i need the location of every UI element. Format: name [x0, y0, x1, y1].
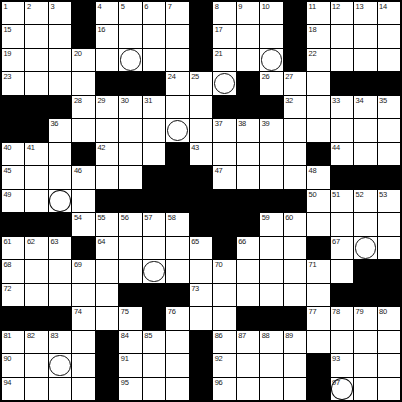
cell-r12c1[interactable]: 68 — [2, 260, 24, 282]
cell-r9c4[interactable] — [72, 190, 94, 212]
cell-r1c14[interactable]: 11 — [307, 2, 329, 24]
black-cell-r15c9 — [190, 331, 212, 353]
clue-number-20: 20 — [74, 49, 82, 58]
cell-r15c11[interactable]: 87 — [237, 331, 259, 353]
black-cell-r14c13 — [284, 307, 306, 329]
clue-number-76: 76 — [168, 307, 176, 316]
cell-r7c5[interactable]: 42 — [96, 143, 118, 165]
clue-number-80: 80 — [379, 307, 387, 316]
cell-r9c3[interactable] — [49, 190, 71, 212]
cell-r17c4[interactable] — [72, 378, 94, 400]
cell-r9c2[interactable] — [25, 190, 47, 212]
cell-r13c10[interactable] — [213, 284, 235, 306]
clue-number-45: 45 — [4, 166, 12, 175]
cell-r10c17[interactable] — [378, 213, 400, 235]
cell-r1c17[interactable]: 14 — [378, 2, 400, 24]
cell-r16c12[interactable] — [260, 354, 282, 376]
clue-number-9: 9 — [238, 2, 242, 11]
black-cell-r4c17 — [378, 72, 400, 94]
cell-r10c16[interactable] — [354, 213, 376, 235]
cell-r1c16[interactable]: 13 — [354, 2, 376, 24]
cell-r16c11[interactable] — [237, 354, 259, 376]
cell-r15c8[interactable] — [166, 331, 188, 353]
cell-r1c3[interactable]: 3 — [49, 2, 71, 24]
cell-r1c7[interactable]: 6 — [143, 2, 165, 24]
black-cell-r4c7 — [143, 72, 165, 94]
cell-r16c1[interactable]: 90 — [2, 354, 24, 376]
clue-number-25: 25 — [191, 72, 199, 81]
cell-r16c3[interactable] — [49, 354, 71, 376]
black-cell-r14c3 — [49, 307, 71, 329]
black-cell-r8c16 — [354, 166, 376, 188]
clue-number-94: 94 — [4, 378, 12, 387]
cell-r7c7[interactable] — [143, 143, 165, 165]
clue-number-5: 5 — [121, 2, 125, 11]
cell-r9c1[interactable]: 49 — [2, 190, 24, 212]
cell-r14c8[interactable]: 76 — [166, 307, 188, 329]
cell-r13c12[interactable] — [260, 284, 282, 306]
cell-r1c2[interactable]: 2 — [25, 2, 47, 24]
cell-r6c5[interactable] — [96, 119, 118, 141]
cell-r16c10[interactable]: 92 — [213, 354, 235, 376]
clue-number-46: 46 — [74, 166, 82, 175]
clue-number-52: 52 — [356, 190, 364, 199]
cell-r12c10[interactable]: 70 — [213, 260, 235, 282]
cell-r11c5[interactable]: 64 — [96, 237, 118, 259]
cell-r6c14[interactable] — [307, 119, 329, 141]
cell-r3c12[interactable] — [260, 49, 282, 71]
cell-r4c10[interactable] — [213, 72, 235, 94]
cell-r6c11[interactable]: 38 — [237, 119, 259, 141]
cell-r3c4[interactable]: 20 — [72, 49, 94, 71]
cell-r14c4[interactable]: 74 — [72, 307, 94, 329]
cell-r9c14[interactable]: 50 — [307, 190, 329, 212]
black-cell-r9c12 — [260, 190, 282, 212]
cell-r5c9[interactable] — [190, 96, 212, 118]
cell-r3c17[interactable] — [378, 49, 400, 71]
cell-r5c13[interactable]: 32 — [284, 96, 306, 118]
cell-r2c16[interactable] — [354, 25, 376, 47]
cell-r7c16[interactable] — [354, 143, 376, 165]
clue-number-90: 90 — [4, 354, 12, 363]
clue-number-2: 2 — [27, 2, 31, 11]
cell-r3c6[interactable] — [119, 49, 141, 71]
black-cell-r4c6 — [119, 72, 141, 94]
cell-r17c17[interactable] — [378, 378, 400, 400]
cell-r16c15[interactable]: 93 — [331, 354, 353, 376]
cell-r6c12[interactable]: 39 — [260, 119, 282, 141]
cell-r2c14[interactable]: 18 — [307, 25, 329, 47]
black-cell-r14c7 — [143, 307, 165, 329]
black-cell-r13c16 — [354, 284, 376, 306]
cell-r7c17[interactable] — [378, 143, 400, 165]
cell-r2c2[interactable] — [25, 25, 47, 47]
cell-r13c11[interactable] — [237, 284, 259, 306]
cell-r11c17[interactable] — [378, 237, 400, 259]
cell-r2c1[interactable]: 15 — [2, 25, 24, 47]
black-cell-r14c12 — [260, 307, 282, 329]
black-cell-r5c10 — [213, 96, 235, 118]
cell-r8c12[interactable] — [260, 166, 282, 188]
cell-r3c14[interactable]: 22 — [307, 49, 329, 71]
cell-r7c2[interactable]: 41 — [25, 143, 47, 165]
cell-r16c4[interactable] — [72, 354, 94, 376]
cell-r14c10[interactable] — [213, 307, 235, 329]
cell-r10c6[interactable]: 56 — [119, 213, 141, 235]
circle-marker-icon — [167, 120, 188, 141]
cell-r2c11[interactable] — [237, 25, 259, 47]
cell-r1c1[interactable]: 1 — [2, 2, 24, 24]
cell-r16c17[interactable] — [378, 354, 400, 376]
cell-r6c4[interactable] — [72, 119, 94, 141]
cell-r13c13[interactable] — [284, 284, 306, 306]
cell-r8c4[interactable]: 46 — [72, 166, 94, 188]
cell-r15c3[interactable]: 83 — [49, 331, 71, 353]
cell-r15c14[interactable] — [307, 331, 329, 353]
cell-r11c9[interactable]: 65 — [190, 237, 212, 259]
black-cell-r9c11 — [237, 190, 259, 212]
circle-marker-icon — [49, 355, 70, 376]
cell-r4c13[interactable]: 27 — [284, 72, 306, 94]
clue-number-29: 29 — [97, 96, 105, 105]
cell-r15c6[interactable]: 84 — [119, 331, 141, 353]
cell-r11c3[interactable]: 63 — [49, 237, 71, 259]
cell-r15c1[interactable]: 81 — [2, 331, 24, 353]
cell-r3c2[interactable] — [25, 49, 47, 71]
cell-r12c14[interactable]: 71 — [307, 260, 329, 282]
cell-r9c15[interactable]: 51 — [331, 190, 353, 212]
cell-r13c5[interactable] — [96, 284, 118, 306]
cell-r17c11[interactable] — [237, 378, 259, 400]
cell-r14c6[interactable]: 75 — [119, 307, 141, 329]
cell-r6c13[interactable] — [284, 119, 306, 141]
cell-r17c10[interactable]: 96 — [213, 378, 235, 400]
cell-r9c17[interactable]: 53 — [378, 190, 400, 212]
cell-r2c10[interactable]: 17 — [213, 25, 235, 47]
black-cell-r8c7 — [143, 166, 165, 188]
cell-r17c15[interactable]: 97 — [331, 378, 353, 400]
cell-r8c10[interactable]: 47 — [213, 166, 235, 188]
cell-r6c3[interactable]: 36 — [49, 119, 71, 141]
cell-r16c2[interactable] — [25, 354, 47, 376]
cell-r1c5[interactable]: 4 — [96, 2, 118, 24]
black-cell-r13c6 — [119, 284, 141, 306]
clue-number-62: 62 — [27, 237, 35, 246]
black-cell-r15c5 — [96, 331, 118, 353]
black-cell-r10c3 — [49, 213, 71, 235]
cell-r5c14[interactable] — [307, 96, 329, 118]
cell-r12c7[interactable] — [143, 260, 165, 282]
cell-r2c17[interactable] — [378, 25, 400, 47]
cell-r10c13[interactable]: 60 — [284, 213, 306, 235]
cell-r8c3[interactable] — [49, 166, 71, 188]
cell-r4c14[interactable] — [307, 72, 329, 94]
cell-r3c11[interactable] — [237, 49, 259, 71]
clue-number-30: 30 — [121, 96, 129, 105]
cell-r13c2[interactable] — [25, 284, 47, 306]
cell-r14c15[interactable]: 78 — [331, 307, 353, 329]
cell-r6c16[interactable] — [354, 119, 376, 141]
clue-number-73: 73 — [191, 284, 199, 293]
black-cell-r5c3 — [49, 96, 71, 118]
cell-r17c7[interactable] — [143, 378, 165, 400]
cell-r15c15[interactable] — [331, 331, 353, 353]
cell-r7c12[interactable] — [260, 143, 282, 165]
cell-r6c8[interactable] — [166, 119, 188, 141]
cell-r6c10[interactable]: 37 — [213, 119, 235, 141]
cell-r2c12[interactable] — [260, 25, 282, 47]
clue-number-77: 77 — [309, 307, 317, 316]
clue-number-79: 79 — [356, 307, 364, 316]
cell-r12c2[interactable] — [25, 260, 47, 282]
cell-r12c4[interactable]: 69 — [72, 260, 94, 282]
black-cell-r2c9 — [190, 25, 212, 47]
cell-r15c4[interactable] — [72, 331, 94, 353]
cell-r17c3[interactable] — [49, 378, 71, 400]
clue-number-33: 33 — [332, 96, 340, 105]
cell-r6c9[interactable] — [190, 119, 212, 141]
cell-r3c15[interactable] — [331, 49, 353, 71]
black-cell-r3c9 — [190, 49, 212, 71]
cell-r1c6[interactable]: 5 — [119, 2, 141, 24]
cell-r12c8[interactable] — [166, 260, 188, 282]
black-cell-r17c9 — [190, 378, 212, 400]
cell-r5c5[interactable]: 29 — [96, 96, 118, 118]
cell-r4c8[interactable]: 24 — [166, 72, 188, 94]
cell-r17c1[interactable]: 94 — [2, 378, 24, 400]
cell-r10c14[interactable] — [307, 213, 329, 235]
black-cell-r14c11 — [237, 307, 259, 329]
cell-r10c8[interactable]: 58 — [166, 213, 188, 235]
black-cell-r9c5 — [96, 190, 118, 212]
clue-number-28: 28 — [74, 96, 82, 105]
cell-r4c1[interactable]: 23 — [2, 72, 24, 94]
black-cell-r7c4 — [72, 143, 94, 165]
cell-r17c13[interactable] — [284, 378, 306, 400]
cell-r15c12[interactable]: 88 — [260, 331, 282, 353]
cell-r1c8[interactable]: 7 — [166, 2, 188, 24]
cell-r11c15[interactable]: 67 — [331, 237, 353, 259]
cell-r5c8[interactable] — [166, 96, 188, 118]
cell-r12c5[interactable] — [96, 260, 118, 282]
cell-r11c1[interactable]: 61 — [2, 237, 24, 259]
circle-marker-icon — [355, 237, 376, 258]
cell-r12c11[interactable] — [237, 260, 259, 282]
cell-r10c5[interactable]: 55 — [96, 213, 118, 235]
cell-r15c13[interactable]: 89 — [284, 331, 306, 353]
cell-r14c9[interactable] — [190, 307, 212, 329]
cell-r5c15[interactable]: 33 — [331, 96, 353, 118]
cell-r11c16[interactable] — [354, 237, 376, 259]
cell-r5c4[interactable]: 28 — [72, 96, 94, 118]
cell-r16c13[interactable] — [284, 354, 306, 376]
circle-marker-icon — [261, 49, 282, 70]
cell-r2c7[interactable] — [143, 25, 165, 47]
clue-number-41: 41 — [27, 143, 35, 152]
black-cell-r8c17 — [378, 166, 400, 188]
cell-r10c12[interactable]: 59 — [260, 213, 282, 235]
cell-r11c7[interactable] — [143, 237, 165, 259]
cell-r15c16[interactable] — [354, 331, 376, 353]
clue-number-15: 15 — [4, 25, 12, 34]
cell-r8c11[interactable] — [237, 166, 259, 188]
cell-r3c16[interactable] — [354, 49, 376, 71]
cell-r7c3[interactable] — [49, 143, 71, 165]
black-cell-r9c9 — [190, 190, 212, 212]
cell-r8c2[interactable] — [25, 166, 47, 188]
cell-r2c5[interactable]: 16 — [96, 25, 118, 47]
cell-r7c11[interactable] — [237, 143, 259, 165]
black-cell-r13c15 — [331, 284, 353, 306]
cell-r11c6[interactable] — [119, 237, 141, 259]
clue-number-11: 11 — [309, 2, 316, 11]
cell-r2c3[interactable] — [49, 25, 71, 47]
black-cell-r5c12 — [260, 96, 282, 118]
cell-r3c1[interactable]: 19 — [2, 49, 24, 71]
cell-r15c7[interactable]: 85 — [143, 331, 165, 353]
cell-r12c9[interactable] — [190, 260, 212, 282]
cell-r16c7[interactable] — [143, 354, 165, 376]
cell-r5c7[interactable]: 31 — [143, 96, 165, 118]
cell-r13c14[interactable] — [307, 284, 329, 306]
cell-r7c6[interactable] — [119, 143, 141, 165]
cell-r4c3[interactable] — [49, 72, 71, 94]
cell-r12c3[interactable] — [49, 260, 71, 282]
black-cell-r4c11 — [237, 72, 259, 94]
cell-r3c10[interactable]: 21 — [213, 49, 235, 71]
black-cell-r10c9 — [190, 213, 212, 235]
clue-number-8: 8 — [215, 2, 219, 11]
clue-number-19: 19 — [4, 49, 12, 58]
clue-number-57: 57 — [144, 213, 152, 222]
cell-r5c6[interactable]: 30 — [119, 96, 141, 118]
cell-r1c15[interactable]: 12 — [331, 2, 353, 24]
cell-r4c2[interactable] — [25, 72, 47, 94]
cell-r15c2[interactable]: 82 — [25, 331, 47, 353]
clue-number-88: 88 — [262, 331, 270, 340]
black-cell-r9c7 — [143, 190, 165, 212]
clue-number-91: 91 — [121, 354, 129, 363]
cell-r5c17[interactable]: 35 — [378, 96, 400, 118]
cell-r5c16[interactable]: 34 — [354, 96, 376, 118]
cell-r3c7[interactable] — [143, 49, 165, 71]
cell-r12c6[interactable] — [119, 260, 141, 282]
black-cell-r16c5 — [96, 354, 118, 376]
clue-number-66: 66 — [238, 237, 246, 246]
cell-r1c12[interactable]: 10 — [260, 2, 282, 24]
clue-number-16: 16 — [97, 25, 105, 34]
clue-number-26: 26 — [262, 72, 270, 81]
cell-r1c11[interactable]: 9 — [237, 2, 259, 24]
cell-r11c8[interactable] — [166, 237, 188, 259]
cell-r8c6[interactable] — [119, 166, 141, 188]
cell-r7c15[interactable]: 44 — [331, 143, 353, 165]
cell-r7c10[interactable] — [213, 143, 235, 165]
cell-r12c15[interactable] — [331, 260, 353, 282]
cell-r6c15[interactable] — [331, 119, 353, 141]
cell-r10c15[interactable] — [331, 213, 353, 235]
clue-number-18: 18 — [309, 25, 317, 34]
cell-r8c1[interactable]: 45 — [2, 166, 24, 188]
cell-r13c1[interactable]: 72 — [2, 284, 24, 306]
clue-number-7: 7 — [168, 2, 172, 11]
clue-number-17: 17 — [215, 25, 223, 34]
cell-r16c16[interactable] — [354, 354, 376, 376]
cell-r12c13[interactable] — [284, 260, 306, 282]
cell-r17c6[interactable]: 95 — [119, 378, 141, 400]
cell-r16c8[interactable] — [166, 354, 188, 376]
cell-r17c8[interactable] — [166, 378, 188, 400]
cell-r7c9[interactable]: 43 — [190, 143, 212, 165]
cell-r1c10[interactable]: 8 — [213, 2, 235, 24]
cell-r17c12[interactable] — [260, 378, 282, 400]
black-cell-r17c5 — [96, 378, 118, 400]
cell-r15c10[interactable]: 86 — [213, 331, 235, 353]
cell-r8c14[interactable]: 48 — [307, 166, 329, 188]
cell-r10c7[interactable]: 57 — [143, 213, 165, 235]
cell-r13c4[interactable] — [72, 284, 94, 306]
cell-r11c12[interactable] — [260, 237, 282, 259]
cell-r14c17[interactable]: 80 — [378, 307, 400, 329]
cell-r3c8[interactable] — [166, 49, 188, 71]
clue-number-42: 42 — [97, 143, 105, 152]
cell-r2c15[interactable] — [331, 25, 353, 47]
cell-r11c13[interactable] — [284, 237, 306, 259]
cell-r14c14[interactable]: 77 — [307, 307, 329, 329]
clue-number-67: 67 — [332, 237, 340, 246]
cell-r7c1[interactable]: 40 — [2, 143, 24, 165]
cell-r4c9[interactable]: 25 — [190, 72, 212, 94]
cell-r12c12[interactable] — [260, 260, 282, 282]
clue-number-12: 12 — [332, 2, 340, 11]
cell-r4c4[interactable] — [72, 72, 94, 94]
cell-r3c3[interactable] — [49, 49, 71, 71]
cell-r16c6[interactable]: 91 — [119, 354, 141, 376]
cell-r6c6[interactable] — [119, 119, 141, 141]
cell-r13c9[interactable]: 73 — [190, 284, 212, 306]
clue-number-54: 54 — [74, 213, 82, 222]
cell-r10c4[interactable]: 54 — [72, 213, 94, 235]
black-cell-r9c6 — [119, 190, 141, 212]
clue-number-38: 38 — [238, 119, 246, 128]
cell-r17c16[interactable] — [354, 378, 376, 400]
cell-r8c5[interactable] — [96, 166, 118, 188]
black-cell-r2c13 — [284, 25, 306, 47]
cell-r14c5[interactable] — [96, 307, 118, 329]
cell-r3c5[interactable] — [96, 49, 118, 71]
black-cell-r7c8 — [166, 143, 188, 165]
cell-r6c17[interactable] — [378, 119, 400, 141]
clue-number-64: 64 — [97, 237, 105, 246]
cell-r8c13[interactable] — [284, 166, 306, 188]
black-cell-r4c5 — [96, 72, 118, 94]
clue-number-69: 69 — [74, 260, 82, 269]
clue-number-3: 3 — [50, 2, 54, 11]
cell-r15c17[interactable] — [378, 331, 400, 353]
cell-r7c13[interactable] — [284, 143, 306, 165]
cell-r2c6[interactable] — [119, 25, 141, 47]
cell-r9c16[interactable]: 52 — [354, 190, 376, 212]
cell-r2c8[interactable] — [166, 25, 188, 47]
cell-r4c12[interactable]: 26 — [260, 72, 282, 94]
cell-r11c2[interactable]: 62 — [25, 237, 47, 259]
cell-r11c11[interactable]: 66 — [237, 237, 259, 259]
cell-r13c3[interactable] — [49, 284, 71, 306]
cell-r6c7[interactable] — [143, 119, 165, 141]
cell-r14c16[interactable]: 79 — [354, 307, 376, 329]
cell-r17c2[interactable] — [25, 378, 47, 400]
black-cell-r5c2 — [25, 96, 47, 118]
